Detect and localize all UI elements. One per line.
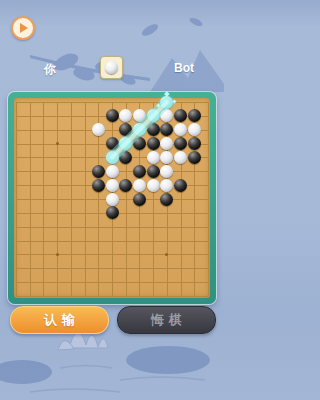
board-surface[interactable]: [14, 98, 210, 298]
opponent-label: Bot: [164, 61, 204, 75]
grid-line-v: [208, 102, 209, 296]
undo-button[interactable]: 悔棋: [117, 306, 216, 334]
replay-button[interactable]: [11, 16, 35, 40]
turn-indicator-stone: [105, 61, 118, 74]
play-icon: [20, 23, 28, 33]
grid-line-h: [16, 296, 208, 297]
resign-button[interactable]: 认输: [10, 306, 109, 334]
turn-indicator: [100, 56, 123, 79]
player-label: 你: [30, 61, 70, 78]
win-line: [16, 102, 208, 296]
board-grid: [16, 102, 208, 296]
gomoku-board[interactable]: [8, 92, 216, 304]
